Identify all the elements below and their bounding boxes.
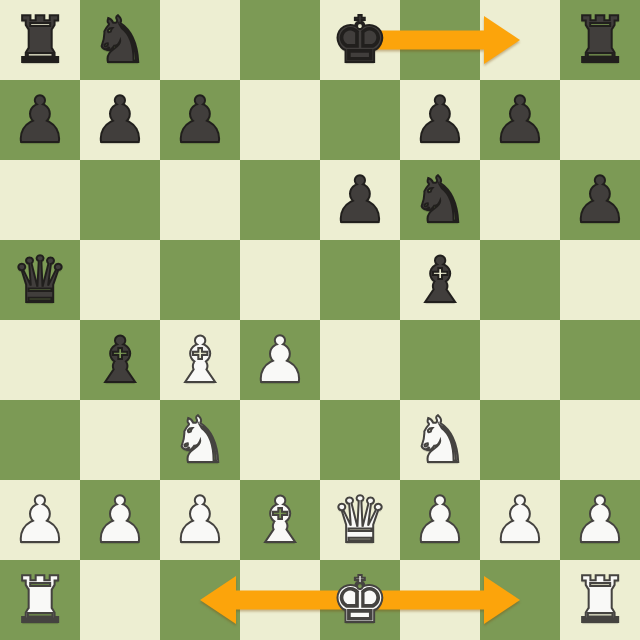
square-c2[interactable]: ♟ [160, 480, 240, 560]
piece-black-pawn[interactable]: ♟ [91, 88, 148, 152]
square-e5[interactable] [320, 240, 400, 320]
square-e1[interactable]: ♚ [320, 560, 400, 640]
square-h5[interactable] [560, 240, 640, 320]
square-b8[interactable]: ♞ [80, 0, 160, 80]
square-f3[interactable]: ♞ [400, 400, 480, 480]
square-c8[interactable] [160, 0, 240, 80]
square-g5[interactable] [480, 240, 560, 320]
piece-black-knight[interactable]: ♞ [91, 8, 148, 72]
piece-white-pawn[interactable]: ♟ [171, 488, 228, 552]
square-h2[interactable]: ♟ [560, 480, 640, 560]
piece-black-pawn[interactable]: ♟ [491, 88, 548, 152]
piece-black-pawn[interactable]: ♟ [171, 88, 228, 152]
square-d8[interactable] [240, 0, 320, 80]
piece-white-bishop[interactable]: ♝ [251, 488, 308, 552]
square-b7[interactable]: ♟ [80, 80, 160, 160]
square-c1[interactable] [160, 560, 240, 640]
square-c5[interactable] [160, 240, 240, 320]
square-b5[interactable] [80, 240, 160, 320]
square-b3[interactable] [80, 400, 160, 480]
square-f7[interactable]: ♟ [400, 80, 480, 160]
square-h4[interactable] [560, 320, 640, 400]
square-a3[interactable] [0, 400, 80, 480]
square-d6[interactable] [240, 160, 320, 240]
square-f8[interactable] [400, 0, 480, 80]
square-d3[interactable] [240, 400, 320, 480]
piece-white-pawn[interactable]: ♟ [91, 488, 148, 552]
piece-black-bishop[interactable]: ♝ [91, 328, 148, 392]
piece-white-rook[interactable]: ♜ [571, 568, 628, 632]
square-d4[interactable]: ♟ [240, 320, 320, 400]
square-a4[interactable] [0, 320, 80, 400]
square-e3[interactable] [320, 400, 400, 480]
piece-black-pawn[interactable]: ♟ [11, 88, 68, 152]
square-c4[interactable]: ♝ [160, 320, 240, 400]
piece-black-pawn[interactable]: ♟ [331, 168, 388, 232]
piece-black-bishop[interactable]: ♝ [411, 248, 468, 312]
square-e7[interactable] [320, 80, 400, 160]
square-f1[interactable] [400, 560, 480, 640]
square-c6[interactable] [160, 160, 240, 240]
piece-black-pawn[interactable]: ♟ [411, 88, 468, 152]
piece-white-pawn[interactable]: ♟ [251, 328, 308, 392]
square-h8[interactable]: ♜ [560, 0, 640, 80]
piece-black-pawn[interactable]: ♟ [571, 168, 628, 232]
square-b4[interactable]: ♝ [80, 320, 160, 400]
square-e8[interactable]: ♚ [320, 0, 400, 80]
square-f2[interactable]: ♟ [400, 480, 480, 560]
square-a5[interactable]: ♛ [0, 240, 80, 320]
square-a8[interactable]: ♜ [0, 0, 80, 80]
square-a1[interactable]: ♜ [0, 560, 80, 640]
piece-white-rook[interactable]: ♜ [11, 568, 68, 632]
square-e6[interactable]: ♟ [320, 160, 400, 240]
piece-black-rook[interactable]: ♜ [11, 8, 68, 72]
square-d5[interactable] [240, 240, 320, 320]
square-g1[interactable] [480, 560, 560, 640]
square-g3[interactable] [480, 400, 560, 480]
piece-black-rook[interactable]: ♜ [571, 8, 628, 72]
piece-black-king[interactable]: ♚ [331, 8, 388, 72]
square-e2[interactable]: ♛ [320, 480, 400, 560]
piece-white-knight[interactable]: ♞ [171, 408, 228, 472]
piece-black-queen[interactable]: ♛ [11, 248, 68, 312]
piece-white-pawn[interactable]: ♟ [11, 488, 68, 552]
square-f4[interactable] [400, 320, 480, 400]
square-h3[interactable] [560, 400, 640, 480]
square-h7[interactable] [560, 80, 640, 160]
square-a6[interactable] [0, 160, 80, 240]
square-e4[interactable] [320, 320, 400, 400]
chess-board: ♜♞♚♜♟♟♟♟♟♟♞♟♛♝♝♝♟♞♞♟♟♟♝♛♟♟♟♜♚♜ [0, 0, 640, 640]
square-b1[interactable] [80, 560, 160, 640]
square-f5[interactable]: ♝ [400, 240, 480, 320]
square-h1[interactable]: ♜ [560, 560, 640, 640]
piece-white-knight[interactable]: ♞ [411, 408, 468, 472]
piece-white-queen[interactable]: ♛ [331, 488, 388, 552]
square-f6[interactable]: ♞ [400, 160, 480, 240]
square-d1[interactable] [240, 560, 320, 640]
piece-white-bishop[interactable]: ♝ [171, 328, 228, 392]
square-g6[interactable] [480, 160, 560, 240]
square-g8[interactable] [480, 0, 560, 80]
piece-white-pawn[interactable]: ♟ [411, 488, 468, 552]
square-d7[interactable] [240, 80, 320, 160]
board-squares: ♜♞♚♜♟♟♟♟♟♟♞♟♛♝♝♝♟♞♞♟♟♟♝♛♟♟♟♜♚♜ [0, 0, 640, 640]
square-c3[interactable]: ♞ [160, 400, 240, 480]
square-b2[interactable]: ♟ [80, 480, 160, 560]
square-a2[interactable]: ♟ [0, 480, 80, 560]
piece-white-pawn[interactable]: ♟ [571, 488, 628, 552]
square-g4[interactable] [480, 320, 560, 400]
square-g2[interactable]: ♟ [480, 480, 560, 560]
square-g7[interactable]: ♟ [480, 80, 560, 160]
piece-white-king[interactable]: ♚ [331, 568, 388, 632]
square-b6[interactable] [80, 160, 160, 240]
square-c7[interactable]: ♟ [160, 80, 240, 160]
square-d2[interactable]: ♝ [240, 480, 320, 560]
piece-white-pawn[interactable]: ♟ [491, 488, 548, 552]
square-a7[interactable]: ♟ [0, 80, 80, 160]
piece-black-knight[interactable]: ♞ [411, 168, 468, 232]
square-h6[interactable]: ♟ [560, 160, 640, 240]
